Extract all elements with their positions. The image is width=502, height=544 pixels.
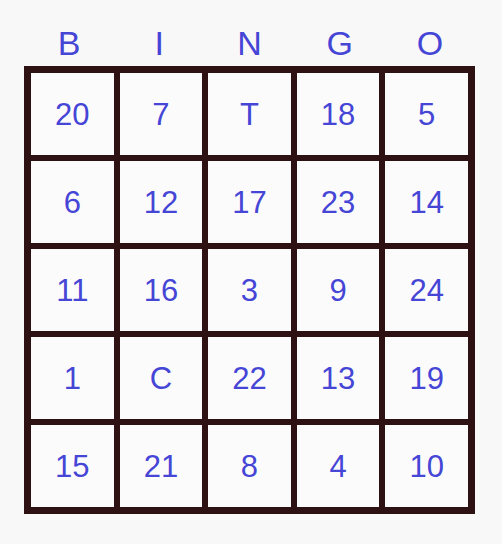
bingo-cell-r5c2[interactable]: 21 [117, 422, 206, 510]
header-letter-i: I [114, 22, 204, 64]
header-letter-b: B [24, 22, 114, 64]
bingo-cell-r1c1[interactable]: 20 [28, 70, 117, 158]
bingo-cell-r5c4[interactable]: 4 [294, 422, 383, 510]
bingo-cell-r4c5[interactable]: 19 [382, 334, 471, 422]
bingo-cell-r5c1[interactable]: 15 [28, 422, 117, 510]
bingo-cell-r3c3[interactable]: 3 [205, 246, 294, 334]
bingo-cell-r1c3[interactable]: T [205, 70, 294, 158]
bingo-cell-r1c5[interactable]: 5 [382, 70, 471, 158]
bingo-cell-r3c2[interactable]: 16 [117, 246, 206, 334]
bingo-cell-r3c4[interactable]: 9 [294, 246, 383, 334]
bingo-card: B I N G O 20 7 T 18 5 6 12 17 23 14 11 1… [0, 0, 502, 544]
bingo-cell-r4c3[interactable]: 22 [205, 334, 294, 422]
bingo-cell-r1c2[interactable]: 7 [117, 70, 206, 158]
bingo-cell-r4c2[interactable]: C [117, 334, 206, 422]
bingo-grid: 20 7 T 18 5 6 12 17 23 14 11 16 3 9 24 1… [24, 66, 475, 514]
bingo-cell-r3c5[interactable]: 24 [382, 246, 471, 334]
bingo-cell-r2c4[interactable]: 23 [294, 158, 383, 246]
bingo-header-row: B I N G O [24, 22, 475, 64]
bingo-cell-r5c5[interactable]: 10 [382, 422, 471, 510]
header-letter-o: O [385, 22, 475, 64]
bingo-cell-r2c1[interactable]: 6 [28, 158, 117, 246]
bingo-cell-r3c1[interactable]: 11 [28, 246, 117, 334]
bingo-cell-r4c1[interactable]: 1 [28, 334, 117, 422]
bingo-cell-r2c3[interactable]: 17 [205, 158, 294, 246]
bingo-cell-r2c5[interactable]: 14 [382, 158, 471, 246]
bingo-cell-r4c4[interactable]: 13 [294, 334, 383, 422]
bingo-cell-r5c3[interactable]: 8 [205, 422, 294, 510]
bingo-cell-r1c4[interactable]: 18 [294, 70, 383, 158]
bingo-cell-r2c2[interactable]: 12 [117, 158, 206, 246]
header-letter-g: G [295, 22, 385, 64]
header-letter-n: N [204, 22, 294, 64]
